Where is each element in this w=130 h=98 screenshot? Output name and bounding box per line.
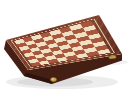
board-photo [0, 0, 130, 98]
board-square [97, 49, 111, 55]
